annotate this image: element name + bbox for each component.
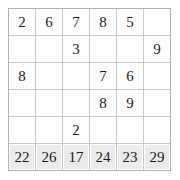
cell-r4c2[interactable] [36, 90, 62, 116]
cell-r5c1[interactable] [9, 117, 35, 143]
cell-r1c2: 6 [36, 9, 62, 35]
cell-r4c4: 8 [90, 90, 116, 116]
cell-r5c4[interactable] [90, 117, 116, 143]
cell-r3c3[interactable] [63, 63, 89, 89]
sum-c4: 24 [90, 144, 116, 170]
sum-c1: 22 [9, 144, 35, 170]
cell-r5c5[interactable] [117, 117, 143, 143]
puzzle-board: 2 6 7 8 5 3 9 8 7 6 8 9 2 22 26 17 24 23… [8, 8, 171, 171]
cell-r3c4: 7 [90, 63, 116, 89]
cell-r3c6[interactable] [144, 63, 170, 89]
cell-r5c3: 2 [63, 117, 89, 143]
cell-r5c6[interactable] [144, 117, 170, 143]
cell-r1c5: 5 [117, 9, 143, 35]
cell-r1c3: 7 [63, 9, 89, 35]
sum-c6: 29 [144, 144, 170, 170]
cell-r3c2[interactable] [36, 63, 62, 89]
cell-r2c1[interactable] [9, 36, 35, 62]
cell-r4c1[interactable] [9, 90, 35, 116]
cell-r2c3: 3 [63, 36, 89, 62]
cell-r5c2[interactable] [36, 117, 62, 143]
sum-c2: 26 [36, 144, 62, 170]
cell-r1c6[interactable] [144, 9, 170, 35]
cell-r2c6: 9 [144, 36, 170, 62]
cell-r2c2[interactable] [36, 36, 62, 62]
cell-r2c5[interactable] [117, 36, 143, 62]
cell-r1c1: 2 [9, 9, 35, 35]
cell-r3c5: 6 [117, 63, 143, 89]
cell-r4c6[interactable] [144, 90, 170, 116]
cell-r1c4: 8 [90, 9, 116, 35]
cell-r2c4[interactable] [90, 36, 116, 62]
sum-c3: 17 [63, 144, 89, 170]
cell-r4c3[interactable] [63, 90, 89, 116]
sum-c5: 23 [117, 144, 143, 170]
cell-r3c1: 8 [9, 63, 35, 89]
cell-r4c5: 9 [117, 90, 143, 116]
